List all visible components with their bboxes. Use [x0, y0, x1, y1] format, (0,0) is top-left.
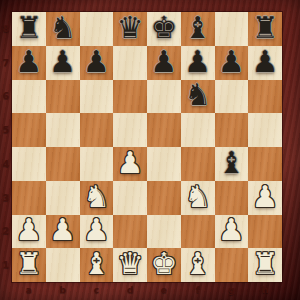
white-pawn[interactable]: ♟ [15, 215, 42, 245]
black-bishop[interactable]: ♝ [218, 148, 245, 178]
square-h2[interactable] [248, 215, 282, 249]
square-h8[interactable]: ♜ [248, 12, 282, 46]
white-pawn[interactable]: ♟ [218, 215, 245, 245]
square-g7[interactable]: ♟ [215, 46, 249, 80]
file-label-e: e [147, 282, 181, 298]
square-g3[interactable] [215, 181, 249, 215]
file-label-h: h [248, 282, 282, 298]
square-d1[interactable]: ♛ [113, 248, 147, 282]
square-e8[interactable]: ♚ [147, 12, 181, 46]
square-d3[interactable] [113, 181, 147, 215]
square-a3[interactable] [12, 181, 46, 215]
rank-label-4: 4 [0, 147, 12, 181]
square-b4[interactable] [46, 147, 80, 181]
square-f6[interactable]: ♞ [181, 80, 215, 114]
square-h6[interactable] [248, 80, 282, 114]
white-knight[interactable]: ♞ [184, 182, 211, 212]
square-d5[interactable] [113, 113, 147, 147]
white-rook[interactable]: ♜ [252, 249, 279, 279]
rank-label-8: 8 [0, 12, 12, 46]
white-pawn[interactable]: ♟ [117, 148, 144, 178]
chess-board: ♜♞♛♚♝♜♟♟♟♟♟♟♟♞♟♝♞♞♟♟♟♟♟♜♝♛♚♝♜ [12, 12, 282, 282]
black-knight[interactable]: ♞ [49, 13, 76, 43]
black-knight[interactable]: ♞ [184, 80, 211, 110]
black-pawn[interactable]: ♟ [83, 47, 110, 77]
black-bishop[interactable]: ♝ [184, 13, 211, 43]
white-queen[interactable]: ♛ [117, 249, 144, 279]
square-f4[interactable] [181, 147, 215, 181]
square-f8[interactable]: ♝ [181, 12, 215, 46]
black-pawn[interactable]: ♟ [49, 47, 76, 77]
square-a4[interactable] [12, 147, 46, 181]
square-c5[interactable] [80, 113, 114, 147]
black-pawn[interactable]: ♟ [150, 47, 177, 77]
square-e6[interactable] [147, 80, 181, 114]
black-rook[interactable]: ♜ [252, 13, 279, 43]
square-b6[interactable] [46, 80, 80, 114]
rank-label-7: 7 [0, 46, 12, 80]
rank-labels: 87654321 [0, 12, 12, 282]
square-f1[interactable]: ♝ [181, 248, 215, 282]
square-h3[interactable]: ♟ [248, 181, 282, 215]
white-bishop[interactable]: ♝ [83, 249, 110, 279]
square-c4[interactable] [80, 147, 114, 181]
square-f2[interactable] [181, 215, 215, 249]
square-a7[interactable]: ♟ [12, 46, 46, 80]
square-d7[interactable] [113, 46, 147, 80]
square-h4[interactable] [248, 147, 282, 181]
square-d2[interactable] [113, 215, 147, 249]
square-h7[interactable]: ♟ [248, 46, 282, 80]
square-g4[interactable]: ♝ [215, 147, 249, 181]
square-b1[interactable] [46, 248, 80, 282]
white-knight[interactable]: ♞ [83, 182, 110, 212]
black-pawn[interactable]: ♟ [252, 47, 279, 77]
board-frame: ♜♞♛♚♝♜♟♟♟♟♟♟♟♞♟♝♞♞♟♟♟♟♟♜♝♛♚♝♜ 87654321 a… [0, 0, 300, 300]
square-c8[interactable] [80, 12, 114, 46]
white-rook[interactable]: ♜ [15, 249, 42, 279]
square-a2[interactable]: ♟ [12, 215, 46, 249]
white-pawn[interactable]: ♟ [252, 182, 279, 212]
square-d6[interactable] [113, 80, 147, 114]
file-label-d: d [113, 282, 147, 298]
white-pawn[interactable]: ♟ [83, 215, 110, 245]
square-b8[interactable]: ♞ [46, 12, 80, 46]
square-e5[interactable] [147, 113, 181, 147]
square-g2[interactable]: ♟ [215, 215, 249, 249]
square-b2[interactable]: ♟ [46, 215, 80, 249]
square-c6[interactable] [80, 80, 114, 114]
square-a8[interactable]: ♜ [12, 12, 46, 46]
square-f7[interactable]: ♟ [181, 46, 215, 80]
square-a5[interactable] [12, 113, 46, 147]
black-queen[interactable]: ♛ [117, 13, 144, 43]
square-c2[interactable]: ♟ [80, 215, 114, 249]
square-c3[interactable]: ♞ [80, 181, 114, 215]
square-e3[interactable] [147, 181, 181, 215]
square-g6[interactable] [215, 80, 249, 114]
black-pawn[interactable]: ♟ [15, 47, 42, 77]
rank-label-2: 2 [0, 215, 12, 249]
file-label-b: b [46, 282, 80, 298]
rank-label-5: 5 [0, 113, 12, 147]
square-b3[interactable] [46, 181, 80, 215]
file-labels: abcdefgh [12, 282, 282, 300]
square-g8[interactable] [215, 12, 249, 46]
square-d8[interactable]: ♛ [113, 12, 147, 46]
white-bishop[interactable]: ♝ [184, 249, 211, 279]
file-label-f: f [181, 282, 215, 298]
square-a6[interactable] [12, 80, 46, 114]
square-b5[interactable] [46, 113, 80, 147]
square-c7[interactable]: ♟ [80, 46, 114, 80]
square-g5[interactable] [215, 113, 249, 147]
square-c1[interactable]: ♝ [80, 248, 114, 282]
square-d4[interactable]: ♟ [113, 147, 147, 181]
square-e4[interactable] [147, 147, 181, 181]
white-king[interactable]: ♚ [150, 249, 177, 279]
square-e1[interactable]: ♚ [147, 248, 181, 282]
black-pawn[interactable]: ♟ [218, 47, 245, 77]
square-e7[interactable]: ♟ [147, 46, 181, 80]
square-f5[interactable] [181, 113, 215, 147]
rank-label-6: 6 [0, 80, 12, 114]
white-pawn[interactable]: ♟ [49, 215, 76, 245]
square-h5[interactable] [248, 113, 282, 147]
rank-label-3: 3 [0, 181, 12, 215]
file-label-c: c [80, 282, 114, 298]
black-king[interactable]: ♚ [150, 13, 177, 43]
square-e2[interactable] [147, 215, 181, 249]
black-rook[interactable]: ♜ [15, 13, 42, 43]
square-h1[interactable]: ♜ [248, 248, 282, 282]
file-label-g: g [215, 282, 249, 298]
square-f3[interactable]: ♞ [181, 181, 215, 215]
square-g1[interactable] [215, 248, 249, 282]
rank-label-1: 1 [0, 248, 12, 282]
file-label-a: a [12, 282, 46, 298]
square-b7[interactable]: ♟ [46, 46, 80, 80]
square-a1[interactable]: ♜ [12, 248, 46, 282]
black-pawn[interactable]: ♟ [184, 47, 211, 77]
